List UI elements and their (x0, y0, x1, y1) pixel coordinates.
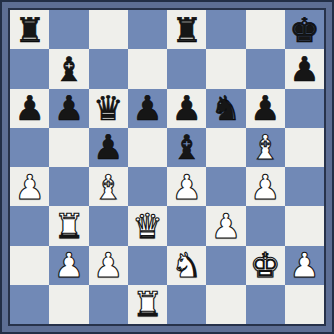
square-b7[interactable]: ♝ (49, 49, 88, 88)
square-e4[interactable]: ♟ (167, 167, 206, 206)
square-g8[interactable] (246, 10, 285, 49)
piece-white-queen-d3[interactable]: ♛ (132, 209, 162, 243)
square-a3[interactable] (10, 206, 49, 245)
square-a7[interactable] (10, 49, 49, 88)
square-g4[interactable]: ♟ (246, 167, 285, 206)
piece-black-pawn-a6[interactable]: ♟ (14, 91, 44, 125)
square-e5[interactable]: ♝ (167, 128, 206, 167)
square-c5[interactable]: ♟ (89, 128, 128, 167)
piece-black-pawn-d6[interactable]: ♟ (132, 91, 162, 125)
square-d1[interactable]: ♜ (128, 285, 167, 324)
piece-white-rook-d1[interactable]: ♜ (132, 287, 162, 321)
square-h2[interactable]: ♟ (285, 246, 324, 285)
piece-white-rook-b3[interactable]: ♜ (54, 209, 84, 243)
piece-white-pawn-e4[interactable]: ♟ (171, 170, 201, 204)
square-d3[interactable]: ♛ (128, 206, 167, 245)
square-a6[interactable]: ♟ (10, 89, 49, 128)
square-f5[interactable] (206, 128, 245, 167)
square-b8[interactable] (49, 10, 88, 49)
square-f3[interactable]: ♟ (206, 206, 245, 245)
square-h5[interactable] (285, 128, 324, 167)
square-f1[interactable] (206, 285, 245, 324)
square-d2[interactable] (128, 246, 167, 285)
piece-black-pawn-c5[interactable]: ♟ (93, 130, 123, 164)
square-d6[interactable]: ♟ (128, 89, 167, 128)
square-f7[interactable] (206, 49, 245, 88)
piece-black-pawn-e6[interactable]: ♟ (171, 91, 201, 125)
square-d8[interactable] (128, 10, 167, 49)
square-h6[interactable] (285, 89, 324, 128)
piece-black-rook-e8[interactable]: ♜ (171, 13, 201, 47)
square-a4[interactable]: ♟ (10, 167, 49, 206)
square-f8[interactable] (206, 10, 245, 49)
piece-white-pawn-b2[interactable]: ♟ (54, 248, 84, 282)
square-b3[interactable]: ♜ (49, 206, 88, 245)
square-g6[interactable]: ♟ (246, 89, 285, 128)
square-e6[interactable]: ♟ (167, 89, 206, 128)
piece-white-pawn-c2[interactable]: ♟ (93, 248, 123, 282)
square-e1[interactable] (167, 285, 206, 324)
piece-black-pawn-b6[interactable]: ♟ (54, 91, 84, 125)
piece-black-king-h8[interactable]: ♚ (289, 13, 319, 47)
square-g3[interactable] (246, 206, 285, 245)
square-e3[interactable] (167, 206, 206, 245)
square-b1[interactable] (49, 285, 88, 324)
piece-white-king-g2[interactable]: ♚ (250, 248, 280, 282)
piece-white-pawn-f3[interactable]: ♟ (211, 209, 241, 243)
square-h1[interactable] (285, 285, 324, 324)
square-f4[interactable] (206, 167, 245, 206)
square-d7[interactable] (128, 49, 167, 88)
square-c3[interactable] (89, 206, 128, 245)
square-c4[interactable]: ♝ (89, 167, 128, 206)
square-a5[interactable] (10, 128, 49, 167)
square-c7[interactable] (89, 49, 128, 88)
square-h3[interactable] (285, 206, 324, 245)
square-e7[interactable] (167, 49, 206, 88)
square-e2[interactable]: ♞ (167, 246, 206, 285)
piece-white-pawn-g4[interactable]: ♟ (250, 170, 280, 204)
square-g5[interactable]: ♝ (246, 128, 285, 167)
square-d5[interactable] (128, 128, 167, 167)
piece-black-pawn-g6[interactable]: ♟ (250, 91, 280, 125)
square-e8[interactable]: ♜ (167, 10, 206, 49)
piece-black-knight-f6[interactable]: ♞ (211, 91, 241, 125)
piece-black-bishop-b7[interactable]: ♝ (54, 52, 84, 86)
square-a2[interactable] (10, 246, 49, 285)
piece-white-pawn-h2[interactable]: ♟ (289, 248, 319, 282)
square-h4[interactable] (285, 167, 324, 206)
piece-white-knight-e2[interactable]: ♞ (171, 248, 201, 282)
piece-black-rook-a8[interactable]: ♜ (14, 13, 44, 47)
chess-board: ♜♜♚♝♟♟♟♛♟♟♞♟♟♝♝♟♝♟♟♜♛♟♟♟♞♚♟♜ (8, 8, 326, 326)
square-h8[interactable]: ♚ (285, 10, 324, 49)
square-b2[interactable]: ♟ (49, 246, 88, 285)
piece-white-bishop-c4[interactable]: ♝ (93, 170, 123, 204)
piece-black-pawn-h7[interactable]: ♟ (289, 52, 319, 86)
square-b5[interactable] (49, 128, 88, 167)
square-g7[interactable] (246, 49, 285, 88)
square-f6[interactable]: ♞ (206, 89, 245, 128)
piece-white-bishop-g5[interactable]: ♝ (250, 130, 280, 164)
square-g2[interactable]: ♚ (246, 246, 285, 285)
square-f2[interactable] (206, 246, 245, 285)
chess-board-frame: ♜♜♚♝♟♟♟♛♟♟♞♟♟♝♝♟♝♟♟♜♛♟♟♟♞♚♟♜ (0, 0, 334, 334)
piece-black-queen-c6[interactable]: ♛ (93, 91, 123, 125)
square-c1[interactable] (89, 285, 128, 324)
square-c2[interactable]: ♟ (89, 246, 128, 285)
square-b6[interactable]: ♟ (49, 89, 88, 128)
square-g1[interactable] (246, 285, 285, 324)
square-d4[interactable] (128, 167, 167, 206)
square-h7[interactable]: ♟ (285, 49, 324, 88)
square-a1[interactable] (10, 285, 49, 324)
piece-white-pawn-a4[interactable]: ♟ (14, 170, 44, 204)
square-c8[interactable] (89, 10, 128, 49)
square-c6[interactable]: ♛ (89, 89, 128, 128)
square-b4[interactable] (49, 167, 88, 206)
square-a8[interactable]: ♜ (10, 10, 49, 49)
piece-black-bishop-e5[interactable]: ♝ (171, 130, 201, 164)
